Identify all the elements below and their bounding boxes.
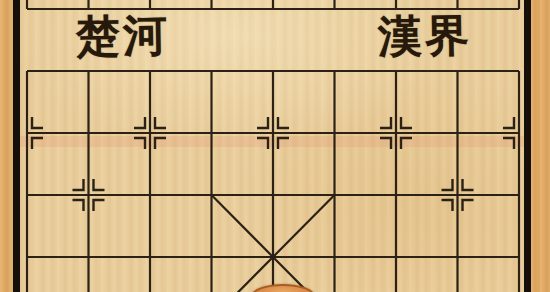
xiangqi-board-screen: 楚河 漢界 — [0, 0, 550, 292]
wood-grain-stripe — [13, 136, 531, 147]
board-frame-left — [13, 0, 20, 292]
board-face[interactable] — [13, 0, 531, 292]
board-frame-right — [524, 0, 531, 292]
